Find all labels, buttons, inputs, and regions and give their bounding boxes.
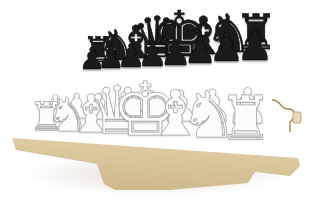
chess-set-photo: ♜♞♝♛♚♝♞♜♟♟♟♟♟♟♟♟♟♟♟♟♟♟♟♟♜♞♝♛♚♝♞♜ xyxy=(0,0,322,208)
